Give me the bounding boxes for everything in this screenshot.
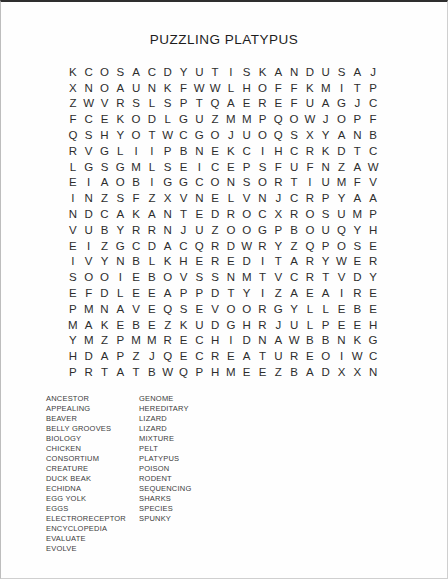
grid-cell[interactable]: E — [65, 238, 81, 254]
grid-cell[interactable]: J — [223, 127, 239, 143]
grid-cell[interactable]: P — [112, 348, 128, 364]
grid-cell[interactable]: I — [112, 269, 128, 285]
grid-cell[interactable]: I — [334, 285, 350, 301]
grid-cell[interactable]: X — [160, 190, 176, 206]
grid-cell[interactable]: R — [160, 333, 176, 349]
grid-cell[interactable]: D — [81, 206, 97, 222]
grid-cell[interactable]: F — [349, 175, 365, 191]
grid-cell[interactable]: C — [365, 143, 381, 159]
grid-cell[interactable]: B — [286, 222, 302, 238]
grid-cell[interactable]: U — [302, 96, 318, 112]
grid-cell[interactable]: K — [65, 64, 81, 80]
grid-cell[interactable]: Q — [302, 238, 318, 254]
grid-cell[interactable]: I — [144, 143, 160, 159]
grid-cell[interactable]: Y — [112, 127, 128, 143]
grid-cell[interactable]: Z — [270, 285, 286, 301]
grid-cell[interactable]: E — [270, 96, 286, 112]
grid-cell[interactable]: Y — [239, 285, 255, 301]
grid-cell[interactable]: S — [349, 238, 365, 254]
grid-cell[interactable]: I — [302, 175, 318, 191]
grid-cell[interactable]: E — [176, 333, 192, 349]
grid-cell[interactable]: K — [160, 80, 176, 96]
grid-cell[interactable]: G — [160, 175, 176, 191]
grid-cell[interactable]: L — [223, 190, 239, 206]
grid-cell[interactable]: V — [97, 96, 113, 112]
grid-cell[interactable]: T — [191, 96, 207, 112]
grid-cell[interactable]: I — [255, 143, 271, 159]
grid-cell[interactable]: R — [302, 190, 318, 206]
grid-cell[interactable]: R — [207, 348, 223, 364]
grid-cell[interactable]: Y — [97, 254, 113, 270]
grid-cell[interactable]: A — [160, 238, 176, 254]
grid-cell[interactable]: P — [65, 364, 81, 380]
grid-cell[interactable]: L — [144, 254, 160, 270]
grid-cell[interactable]: A — [349, 159, 365, 175]
grid-cell[interactable]: R — [144, 222, 160, 238]
grid-cell[interactable]: D — [318, 364, 334, 380]
grid-cell[interactable]: G — [112, 159, 128, 175]
grid-cell[interactable]: S — [191, 269, 207, 285]
grid-cell[interactable]: I — [255, 285, 271, 301]
grid-cell[interactable]: S — [112, 190, 128, 206]
grid-cell[interactable]: B — [128, 317, 144, 333]
grid-cell[interactable]: J — [144, 348, 160, 364]
grid-cell[interactable]: O — [255, 80, 271, 96]
grid-cell[interactable]: Z — [207, 111, 223, 127]
grid-cell[interactable]: Y — [270, 238, 286, 254]
grid-cell[interactable]: R — [223, 206, 239, 222]
grid-cell[interactable]: M — [128, 333, 144, 349]
grid-cell[interactable]: H — [97, 127, 113, 143]
grid-cell[interactable]: X — [302, 127, 318, 143]
grid-cell[interactable]: K — [302, 80, 318, 96]
grid-cell[interactable]: B — [176, 143, 192, 159]
grid-cell[interactable]: E — [191, 301, 207, 317]
grid-cell[interactable]: E — [128, 269, 144, 285]
grid-cell[interactable]: N — [191, 190, 207, 206]
grid-cell[interactable]: E — [176, 159, 192, 175]
grid-cell[interactable]: P — [65, 301, 81, 317]
grid-cell[interactable]: L — [65, 159, 81, 175]
grid-cell[interactable]: A — [239, 348, 255, 364]
grid-cell[interactable]: O — [334, 238, 350, 254]
grid-cell[interactable]: N — [144, 80, 160, 96]
grid-cell[interactable]: D — [207, 317, 223, 333]
grid-cell[interactable]: R — [128, 222, 144, 238]
grid-cell[interactable]: N — [255, 333, 271, 349]
grid-cell[interactable]: M — [318, 80, 334, 96]
grid-cell[interactable]: D — [334, 143, 350, 159]
grid-cell[interactable]: R — [81, 364, 97, 380]
grid-cell[interactable]: A — [97, 348, 113, 364]
grid-cell[interactable]: S — [112, 64, 128, 80]
grid-cell[interactable]: A — [270, 64, 286, 80]
grid-cell[interactable]: R — [365, 254, 381, 270]
grid-cell[interactable]: O — [302, 222, 318, 238]
grid-cell[interactable]: J — [349, 96, 365, 112]
grid-cell[interactable]: P — [176, 285, 192, 301]
grid-cell[interactable]: H — [239, 317, 255, 333]
grid-cell[interactable]: U — [270, 348, 286, 364]
grid-cell[interactable]: F — [65, 111, 81, 127]
grid-cell[interactable]: R — [349, 285, 365, 301]
grid-cell[interactable]: C — [365, 96, 381, 112]
grid-cell[interactable]: I — [65, 254, 81, 270]
grid-cell[interactable]: G — [81, 159, 97, 175]
grid-cell[interactable]: M — [239, 269, 255, 285]
grid-cell[interactable]: V — [270, 269, 286, 285]
grid-cell[interactable]: H — [207, 333, 223, 349]
grid-cell[interactable]: D — [160, 64, 176, 80]
grid-cell[interactable]: Z — [160, 317, 176, 333]
grid-cell[interactable]: I — [81, 175, 97, 191]
grid-cell[interactable]: T — [223, 285, 239, 301]
grid-cell[interactable]: K — [255, 64, 271, 80]
grid-cell[interactable]: N — [65, 206, 81, 222]
grid-cell[interactable]: R — [207, 254, 223, 270]
grid-cell[interactable]: R — [255, 238, 271, 254]
grid-cell[interactable]: W — [191, 80, 207, 96]
grid-cell[interactable]: F — [270, 159, 286, 175]
grid-cell[interactable]: P — [191, 364, 207, 380]
grid-cell[interactable]: S — [255, 159, 271, 175]
grid-cell[interactable]: U — [334, 206, 350, 222]
grid-cell[interactable]: E — [65, 175, 81, 191]
grid-cell[interactable]: S — [65, 269, 81, 285]
grid-cell[interactable]: E — [334, 317, 350, 333]
grid-cell[interactable]: A — [81, 317, 97, 333]
grid-cell[interactable]: D — [207, 206, 223, 222]
grid-cell[interactable]: K — [176, 317, 192, 333]
grid-cell[interactable]: A — [334, 127, 350, 143]
grid-cell[interactable]: E — [207, 190, 223, 206]
grid-cell[interactable]: F — [286, 80, 302, 96]
grid-cell[interactable]: S — [97, 159, 113, 175]
grid-cell[interactable]: E — [191, 206, 207, 222]
grid-cell[interactable]: H — [65, 348, 81, 364]
grid-cell[interactable]: I — [223, 64, 239, 80]
grid-cell[interactable]: Y — [176, 64, 192, 80]
grid-cell[interactable]: E — [223, 159, 239, 175]
grid-cell[interactable]: S — [239, 175, 255, 191]
grid-cell[interactable]: P — [239, 159, 255, 175]
grid-cell[interactable]: I — [334, 348, 350, 364]
grid-cell[interactable]: Y — [365, 269, 381, 285]
grid-cell[interactable]: T — [97, 364, 113, 380]
grid-cell[interactable]: Q — [160, 301, 176, 317]
grid-cell[interactable]: E — [223, 348, 239, 364]
grid-cell[interactable]: Z — [128, 348, 144, 364]
grid-cell[interactable]: R — [112, 96, 128, 112]
grid-cell[interactable]: N — [160, 206, 176, 222]
grid-cell[interactable]: W — [349, 348, 365, 364]
grid-cell[interactable]: B — [365, 127, 381, 143]
grid-cell[interactable]: E — [65, 285, 81, 301]
grid-cell[interactable]: G — [176, 175, 192, 191]
grid-cell[interactable]: I — [65, 190, 81, 206]
grid-cell[interactable]: B — [349, 301, 365, 317]
grid-cell[interactable]: U — [318, 175, 334, 191]
grid-cell[interactable]: O — [302, 206, 318, 222]
grid-cell[interactable]: Y — [286, 301, 302, 317]
grid-cell[interactable]: U — [191, 111, 207, 127]
grid-cell[interactable]: E — [302, 285, 318, 301]
grid-cell[interactable]: Q — [334, 222, 350, 238]
grid-cell[interactable]: O — [223, 301, 239, 317]
grid-cell[interactable]: A — [160, 285, 176, 301]
grid-cell[interactable]: G — [191, 127, 207, 143]
grid-cell[interactable]: P — [365, 206, 381, 222]
grid-cell[interactable]: P — [349, 111, 365, 127]
grid-cell[interactable]: W — [207, 80, 223, 96]
grid-cell[interactable]: S — [318, 206, 334, 222]
grid-cell[interactable]: L — [223, 80, 239, 96]
grid-cell[interactable]: Z — [286, 238, 302, 254]
grid-cell[interactable]: O — [160, 269, 176, 285]
grid-cell[interactable]: O — [81, 269, 97, 285]
grid-cell[interactable]: P — [176, 96, 192, 112]
grid-cell[interactable]: D — [239, 333, 255, 349]
grid-cell[interactable]: L — [302, 301, 318, 317]
grid-cell[interactable]: R — [302, 269, 318, 285]
grid-cell[interactable]: D — [144, 111, 160, 127]
grid-cell[interactable]: G — [112, 238, 128, 254]
grid-cell[interactable]: K — [318, 143, 334, 159]
grid-cell[interactable]: T — [349, 80, 365, 96]
grid-cell[interactable]: N — [349, 127, 365, 143]
grid-cell[interactable]: A — [349, 64, 365, 80]
grid-cell[interactable]: Y — [318, 127, 334, 143]
grid-cell[interactable]: O — [239, 206, 255, 222]
grid-cell[interactable]: P — [318, 317, 334, 333]
grid-cell[interactable]: Z — [144, 190, 160, 206]
grid-cell[interactable]: S — [207, 269, 223, 285]
grid-cell[interactable]: B — [144, 364, 160, 380]
grid-cell[interactable]: C — [191, 348, 207, 364]
grid-cell[interactable]: T — [286, 175, 302, 191]
grid-cell[interactable]: E — [176, 348, 192, 364]
grid-cell[interactable]: O — [255, 175, 271, 191]
grid-cell[interactable]: R — [270, 175, 286, 191]
grid-cell[interactable]: P — [191, 285, 207, 301]
grid-cell[interactable]: A — [270, 333, 286, 349]
grid-cell[interactable]: E — [239, 96, 255, 112]
grid-cell[interactable]: U — [128, 80, 144, 96]
grid-cell[interactable]: R — [65, 143, 81, 159]
grid-cell[interactable]: F — [270, 80, 286, 96]
grid-cell[interactable]: Q — [176, 364, 192, 380]
grid-cell[interactable]: U — [286, 317, 302, 333]
grid-cell[interactable]: R — [207, 238, 223, 254]
grid-cell[interactable]: O — [255, 127, 271, 143]
grid-cell[interactable]: Z — [97, 190, 113, 206]
grid-cell[interactable]: L — [302, 317, 318, 333]
grid-cell[interactable]: N — [255, 190, 271, 206]
grid-cell[interactable]: A — [286, 285, 302, 301]
grid-cell[interactable]: C — [81, 64, 97, 80]
grid-cell[interactable]: O — [239, 222, 255, 238]
grid-cell[interactable]: O — [318, 348, 334, 364]
grid-cell[interactable]: P — [112, 333, 128, 349]
grid-cell[interactable]: O — [128, 111, 144, 127]
grid-cell[interactable]: W — [81, 96, 97, 112]
grid-cell[interactable]: W — [239, 238, 255, 254]
grid-cell[interactable]: S — [334, 64, 350, 80]
grid-cell[interactable]: M — [128, 159, 144, 175]
grid-cell[interactable]: N — [318, 159, 334, 175]
grid-cell[interactable]: C — [144, 64, 160, 80]
grid-cell[interactable]: U — [318, 64, 334, 80]
grid-cell[interactable]: C — [286, 190, 302, 206]
grid-cell[interactable]: W — [286, 333, 302, 349]
grid-cell[interactable]: N — [160, 222, 176, 238]
grid-cell[interactable]: O — [112, 175, 128, 191]
grid-cell[interactable]: P — [255, 111, 271, 127]
grid-cell[interactable]: I — [128, 143, 144, 159]
grid-cell[interactable]: E — [191, 254, 207, 270]
grid-cell[interactable]: M — [81, 333, 97, 349]
grid-cell[interactable]: D — [302, 64, 318, 80]
grid-cell[interactable]: S — [160, 96, 176, 112]
grid-cell[interactable]: E — [144, 301, 160, 317]
grid-cell[interactable]: B — [302, 333, 318, 349]
grid-cell[interactable]: P — [318, 190, 334, 206]
grid-cell[interactable]: A — [318, 285, 334, 301]
grid-cell[interactable]: T — [270, 254, 286, 270]
grid-cell[interactable]: K — [160, 254, 176, 270]
grid-cell[interactable]: U — [191, 222, 207, 238]
grid-cell[interactable]: J — [270, 190, 286, 206]
grid-cell[interactable]: J — [176, 222, 192, 238]
grid-cell[interactable]: V — [176, 190, 192, 206]
grid-cell[interactable]: C — [176, 127, 192, 143]
grid-cell[interactable]: G — [97, 143, 113, 159]
grid-cell[interactable]: C — [239, 143, 255, 159]
grid-cell[interactable]: V — [65, 222, 81, 238]
grid-cell[interactable]: M — [334, 175, 350, 191]
grid-cell[interactable]: C — [81, 111, 97, 127]
grid-cell[interactable]: Y — [334, 190, 350, 206]
grid-cell[interactable]: E — [97, 111, 113, 127]
grid-cell[interactable]: D — [349, 269, 365, 285]
grid-cell[interactable]: N — [191, 143, 207, 159]
grid-cell[interactable]: U — [191, 64, 207, 80]
grid-cell[interactable]: N — [97, 301, 113, 317]
grid-cell[interactable]: Y — [318, 254, 334, 270]
grid-cell[interactable]: J — [318, 111, 334, 127]
grid-cell[interactable]: R — [255, 96, 271, 112]
grid-cell[interactable]: H — [270, 143, 286, 159]
grid-cell[interactable]: A — [97, 175, 113, 191]
grid-cell[interactable]: B — [144, 269, 160, 285]
grid-cell[interactable]: C — [191, 333, 207, 349]
grid-cell[interactable]: E — [255, 364, 271, 380]
grid-cell[interactable]: E — [144, 285, 160, 301]
grid-cell[interactable]: Q — [191, 238, 207, 254]
grid-cell[interactable]: D — [81, 348, 97, 364]
grid-cell[interactable]: E — [334, 301, 350, 317]
grid-cell[interactable]: A — [128, 64, 144, 80]
grid-cell[interactable]: L — [112, 143, 128, 159]
grid-cell[interactable]: X — [349, 364, 365, 380]
grid-cell[interactable]: J — [270, 317, 286, 333]
grid-cell[interactable]: N — [334, 333, 350, 349]
grid-cell[interactable]: S — [239, 64, 255, 80]
grid-cell[interactable]: M — [65, 317, 81, 333]
grid-cell[interactable]: U — [191, 317, 207, 333]
grid-cell[interactable]: X — [334, 364, 350, 380]
grid-cell[interactable]: B — [97, 222, 113, 238]
grid-cell[interactable]: T — [128, 364, 144, 380]
grid-cell[interactable]: B — [318, 333, 334, 349]
grid-cell[interactable]: S — [81, 127, 97, 143]
grid-cell[interactable]: S — [160, 159, 176, 175]
grid-cell[interactable]: U — [81, 222, 97, 238]
grid-cell[interactable]: G — [270, 301, 286, 317]
grid-cell[interactable]: O — [97, 269, 113, 285]
grid-cell[interactable]: O — [128, 127, 144, 143]
grid-cell[interactable]: E — [365, 285, 381, 301]
grid-cell[interactable]: A — [286, 254, 302, 270]
grid-cell[interactable]: H — [365, 222, 381, 238]
grid-cell[interactable]: I — [334, 80, 350, 96]
grid-cell[interactable]: Z — [270, 364, 286, 380]
grid-cell[interactable]: T — [144, 127, 160, 143]
grid-cell[interactable]: E — [239, 364, 255, 380]
grid-cell[interactable]: L — [144, 159, 160, 175]
grid-cell[interactable]: V — [365, 175, 381, 191]
grid-cell[interactable]: C — [128, 238, 144, 254]
grid-cell[interactable]: T — [318, 269, 334, 285]
grid-cell[interactable]: W — [302, 111, 318, 127]
grid-cell[interactable]: K — [128, 206, 144, 222]
grid-cell[interactable]: Z — [334, 159, 350, 175]
grid-cell[interactable]: K — [223, 143, 239, 159]
grid-cell[interactable]: D — [144, 238, 160, 254]
grid-cell[interactable]: N — [365, 364, 381, 380]
grid-cell[interactable]: F — [286, 96, 302, 112]
grid-cell[interactable]: I — [191, 159, 207, 175]
grid-cell[interactable]: C — [97, 206, 113, 222]
grid-cell[interactable]: U — [286, 159, 302, 175]
grid-cell[interactable]: W — [160, 364, 176, 380]
grid-cell[interactable]: S — [286, 127, 302, 143]
grid-cell[interactable]: A — [318, 96, 334, 112]
grid-cell[interactable]: N — [112, 254, 128, 270]
grid-cell[interactable]: C — [286, 143, 302, 159]
grid-cell[interactable]: N — [223, 269, 239, 285]
grid-cell[interactable]: O — [239, 301, 255, 317]
grid-cell[interactable]: M — [144, 333, 160, 349]
grid-cell[interactable]: T — [176, 206, 192, 222]
grid-cell[interactable]: W — [160, 127, 176, 143]
grid-cell[interactable]: B — [286, 364, 302, 380]
grid-cell[interactable]: Z — [207, 222, 223, 238]
grid-cell[interactable]: X — [270, 206, 286, 222]
grid-cell[interactable]: O — [334, 111, 350, 127]
grid-cell[interactable]: D — [207, 285, 223, 301]
grid-cell[interactable]: M — [81, 301, 97, 317]
grid-cell[interactable]: Z — [65, 96, 81, 112]
grid-cell[interactable]: Z — [97, 333, 113, 349]
grid-cell[interactable]: Q — [270, 127, 286, 143]
grid-cell[interactable]: V — [207, 301, 223, 317]
grid-cell[interactable]: T — [255, 348, 271, 364]
grid-cell[interactable]: E — [112, 317, 128, 333]
grid-cell[interactable]: N — [81, 190, 97, 206]
grid-cell[interactable]: Y — [65, 333, 81, 349]
grid-cell[interactable]: P — [160, 143, 176, 159]
